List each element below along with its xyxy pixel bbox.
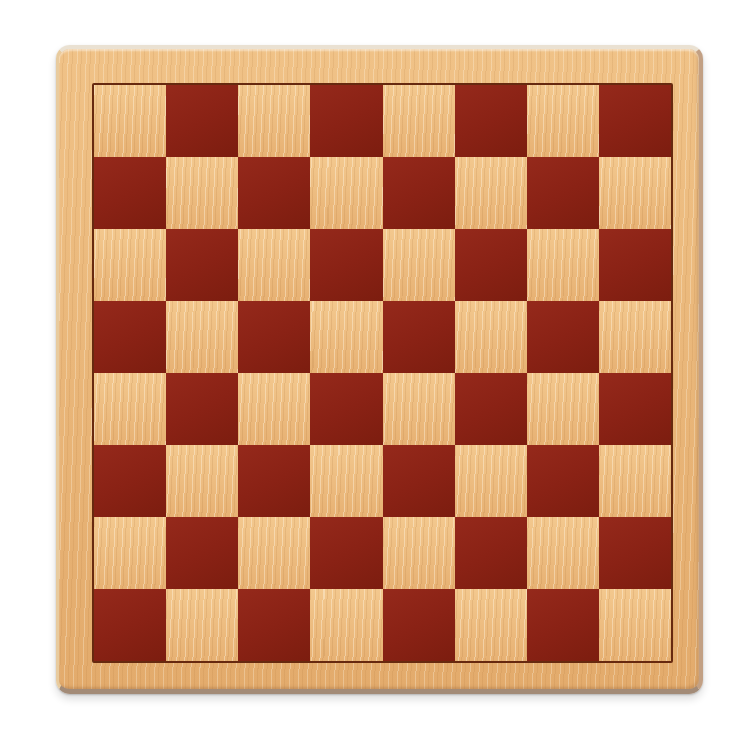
square-e1[interactable] <box>383 589 455 661</box>
square-e5[interactable] <box>383 301 455 373</box>
square-d1[interactable] <box>310 589 382 661</box>
square-d6[interactable] <box>310 229 382 301</box>
square-a4[interactable] <box>94 373 166 445</box>
square-a7[interactable] <box>94 157 166 229</box>
square-h5[interactable] <box>599 301 671 373</box>
square-c3[interactable] <box>238 445 310 517</box>
square-c8[interactable] <box>238 85 310 157</box>
square-a2[interactable] <box>94 517 166 589</box>
square-h8[interactable] <box>599 85 671 157</box>
square-b3[interactable] <box>166 445 238 517</box>
square-b2[interactable] <box>166 517 238 589</box>
square-b7[interactable] <box>166 157 238 229</box>
square-a8[interactable] <box>94 85 166 157</box>
square-e6[interactable] <box>383 229 455 301</box>
square-b5[interactable] <box>166 301 238 373</box>
square-c6[interactable] <box>238 229 310 301</box>
square-f2[interactable] <box>455 517 527 589</box>
square-f3[interactable] <box>455 445 527 517</box>
square-e3[interactable] <box>383 445 455 517</box>
square-c7[interactable] <box>238 157 310 229</box>
square-a1[interactable] <box>94 589 166 661</box>
square-e7[interactable] <box>383 157 455 229</box>
square-c2[interactable] <box>238 517 310 589</box>
page-background <box>0 0 755 755</box>
square-h1[interactable] <box>599 589 671 661</box>
square-g3[interactable] <box>527 445 599 517</box>
square-e2[interactable] <box>383 517 455 589</box>
square-g5[interactable] <box>527 301 599 373</box>
square-d5[interactable] <box>310 301 382 373</box>
square-b8[interactable] <box>166 85 238 157</box>
square-f1[interactable] <box>455 589 527 661</box>
square-b4[interactable] <box>166 373 238 445</box>
square-b6[interactable] <box>166 229 238 301</box>
square-f6[interactable] <box>455 229 527 301</box>
square-a3[interactable] <box>94 445 166 517</box>
square-h2[interactable] <box>599 517 671 589</box>
square-h7[interactable] <box>599 157 671 229</box>
wooden-board-frame <box>56 45 703 694</box>
square-g7[interactable] <box>527 157 599 229</box>
square-a5[interactable] <box>94 301 166 373</box>
square-g8[interactable] <box>527 85 599 157</box>
square-d2[interactable] <box>310 517 382 589</box>
square-h4[interactable] <box>599 373 671 445</box>
square-h3[interactable] <box>599 445 671 517</box>
square-a6[interactable] <box>94 229 166 301</box>
square-g4[interactable] <box>527 373 599 445</box>
square-f4[interactable] <box>455 373 527 445</box>
checkerboard-grid <box>94 85 671 661</box>
square-f8[interactable] <box>455 85 527 157</box>
square-d8[interactable] <box>310 85 382 157</box>
square-c1[interactable] <box>238 589 310 661</box>
playing-area-border <box>92 83 673 663</box>
square-g1[interactable] <box>527 589 599 661</box>
square-d7[interactable] <box>310 157 382 229</box>
square-g6[interactable] <box>527 229 599 301</box>
square-d4[interactable] <box>310 373 382 445</box>
square-e4[interactable] <box>383 373 455 445</box>
square-g2[interactable] <box>527 517 599 589</box>
square-h6[interactable] <box>599 229 671 301</box>
square-c5[interactable] <box>238 301 310 373</box>
square-c4[interactable] <box>238 373 310 445</box>
square-f7[interactable] <box>455 157 527 229</box>
square-f5[interactable] <box>455 301 527 373</box>
square-b1[interactable] <box>166 589 238 661</box>
square-d3[interactable] <box>310 445 382 517</box>
square-e8[interactable] <box>383 85 455 157</box>
